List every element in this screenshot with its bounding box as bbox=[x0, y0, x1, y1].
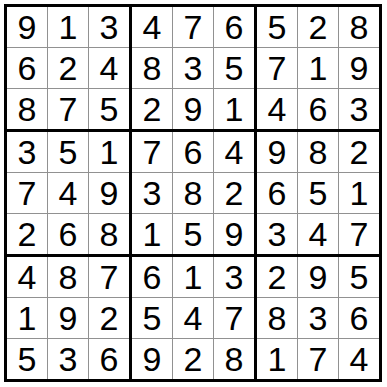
sudoku-cell-r4c8[interactable]: 8 bbox=[298, 132, 338, 172]
sudoku-block-4: 351749268 bbox=[7, 132, 129, 254]
sudoku-cell-r7c2[interactable]: 8 bbox=[48, 257, 88, 297]
sudoku-cell-r5c7[interactable]: 6 bbox=[257, 173, 297, 213]
sudoku-cell-r7c7[interactable]: 2 bbox=[257, 257, 297, 297]
sudoku-block-8: 613547928 bbox=[132, 257, 254, 379]
sudoku-cell-r9c1[interactable]: 5 bbox=[7, 339, 47, 379]
sudoku-cell-r3c7[interactable]: 4 bbox=[257, 89, 297, 129]
sudoku-cell-r9c2[interactable]: 3 bbox=[48, 339, 88, 379]
sudoku-cell-r1c9[interactable]: 8 bbox=[339, 7, 379, 47]
sudoku-cell-r6c7[interactable]: 3 bbox=[257, 214, 297, 254]
sudoku-block-1: 913624875 bbox=[7, 7, 129, 129]
sudoku-cell-r2c8[interactable]: 1 bbox=[298, 48, 338, 88]
sudoku-cell-r4c6[interactable]: 4 bbox=[214, 132, 254, 172]
sudoku-cell-r1c4[interactable]: 4 bbox=[132, 7, 172, 47]
sudoku-cell-r1c3[interactable]: 3 bbox=[89, 7, 129, 47]
sudoku-cell-r6c4[interactable]: 1 bbox=[132, 214, 172, 254]
sudoku-cell-r7c4[interactable]: 6 bbox=[132, 257, 172, 297]
sudoku-cell-r9c5[interactable]: 2 bbox=[173, 339, 213, 379]
sudoku-cell-r5c2[interactable]: 4 bbox=[48, 173, 88, 213]
sudoku-cell-r6c6[interactable]: 9 bbox=[214, 214, 254, 254]
sudoku-cell-r1c6[interactable]: 6 bbox=[214, 7, 254, 47]
sudoku-cell-r8c2[interactable]: 9 bbox=[48, 298, 88, 338]
sudoku-cell-r7c1[interactable]: 4 bbox=[7, 257, 47, 297]
sudoku-cell-r5c4[interactable]: 3 bbox=[132, 173, 172, 213]
sudoku-cell-r1c2[interactable]: 1 bbox=[48, 7, 88, 47]
sudoku-cell-r2c9[interactable]: 9 bbox=[339, 48, 379, 88]
sudoku-cell-r6c3[interactable]: 8 bbox=[89, 214, 129, 254]
sudoku-cell-r3c5[interactable]: 9 bbox=[173, 89, 213, 129]
sudoku-cell-r2c1[interactable]: 6 bbox=[7, 48, 47, 88]
sudoku-block-9: 295836174 bbox=[257, 257, 379, 379]
sudoku-block-7: 487192536 bbox=[7, 257, 129, 379]
sudoku-cell-r1c7[interactable]: 5 bbox=[257, 7, 297, 47]
sudoku-cell-r8c7[interactable]: 8 bbox=[257, 298, 297, 338]
sudoku-cell-r9c9[interactable]: 4 bbox=[339, 339, 379, 379]
sudoku-cell-r2c5[interactable]: 3 bbox=[173, 48, 213, 88]
sudoku-cell-r3c6[interactable]: 1 bbox=[214, 89, 254, 129]
sudoku-cell-r4c7[interactable]: 9 bbox=[257, 132, 297, 172]
sudoku-cell-r9c8[interactable]: 7 bbox=[298, 339, 338, 379]
sudoku-cell-r4c4[interactable]: 7 bbox=[132, 132, 172, 172]
sudoku-cell-r8c3[interactable]: 2 bbox=[89, 298, 129, 338]
sudoku-cell-r5c9[interactable]: 1 bbox=[339, 173, 379, 213]
sudoku-cell-r6c1[interactable]: 2 bbox=[7, 214, 47, 254]
sudoku-cell-r6c2[interactable]: 6 bbox=[48, 214, 88, 254]
sudoku-cell-r7c3[interactable]: 7 bbox=[89, 257, 129, 297]
sudoku-cell-r2c2[interactable]: 2 bbox=[48, 48, 88, 88]
sudoku-cell-r7c9[interactable]: 5 bbox=[339, 257, 379, 297]
sudoku-cell-r3c2[interactable]: 7 bbox=[48, 89, 88, 129]
sudoku-cell-r4c3[interactable]: 1 bbox=[89, 132, 129, 172]
sudoku-cell-r1c1[interactable]: 9 bbox=[7, 7, 47, 47]
sudoku-cell-r3c4[interactable]: 2 bbox=[132, 89, 172, 129]
sudoku-cell-r5c5[interactable]: 8 bbox=[173, 173, 213, 213]
sudoku-cell-r5c3[interactable]: 9 bbox=[89, 173, 129, 213]
sudoku-cell-r7c5[interactable]: 1 bbox=[173, 257, 213, 297]
sudoku-cell-r4c1[interactable]: 3 bbox=[7, 132, 47, 172]
sudoku-cell-r5c8[interactable]: 5 bbox=[298, 173, 338, 213]
sudoku-cell-r6c8[interactable]: 4 bbox=[298, 214, 338, 254]
sudoku-cell-r3c3[interactable]: 5 bbox=[89, 89, 129, 129]
sudoku-cell-r8c6[interactable]: 7 bbox=[214, 298, 254, 338]
sudoku-cell-r5c6[interactable]: 2 bbox=[214, 173, 254, 213]
sudoku-cell-r4c2[interactable]: 5 bbox=[48, 132, 88, 172]
sudoku-cell-r7c6[interactable]: 3 bbox=[214, 257, 254, 297]
page: 9136248754768352915287194633517492687643… bbox=[0, 0, 387, 387]
sudoku-cell-r2c7[interactable]: 7 bbox=[257, 48, 297, 88]
sudoku-block-3: 528719463 bbox=[257, 7, 379, 129]
sudoku-cell-r8c4[interactable]: 5 bbox=[132, 298, 172, 338]
sudoku-cell-r4c5[interactable]: 6 bbox=[173, 132, 213, 172]
sudoku-cell-r9c3[interactable]: 6 bbox=[89, 339, 129, 379]
sudoku-cell-r9c6[interactable]: 8 bbox=[214, 339, 254, 379]
sudoku-board: 9136248754768352915287194633517492687643… bbox=[4, 4, 382, 382]
sudoku-block-6: 982651347 bbox=[257, 132, 379, 254]
sudoku-cell-r9c7[interactable]: 1 bbox=[257, 339, 297, 379]
sudoku-cell-r9c4[interactable]: 9 bbox=[132, 339, 172, 379]
sudoku-cell-r3c9[interactable]: 3 bbox=[339, 89, 379, 129]
sudoku-cell-r1c5[interactable]: 7 bbox=[173, 7, 213, 47]
sudoku-cell-r2c6[interactable]: 5 bbox=[214, 48, 254, 88]
sudoku-cell-r6c5[interactable]: 5 bbox=[173, 214, 213, 254]
sudoku-cell-r5c1[interactable]: 7 bbox=[7, 173, 47, 213]
sudoku-cell-r2c3[interactable]: 4 bbox=[89, 48, 129, 88]
sudoku-cell-r2c4[interactable]: 8 bbox=[132, 48, 172, 88]
sudoku-cell-r3c1[interactable]: 8 bbox=[7, 89, 47, 129]
sudoku-cell-r7c8[interactable]: 9 bbox=[298, 257, 338, 297]
sudoku-cell-r8c9[interactable]: 6 bbox=[339, 298, 379, 338]
sudoku-cell-r8c5[interactable]: 4 bbox=[173, 298, 213, 338]
sudoku-cell-r4c9[interactable]: 2 bbox=[339, 132, 379, 172]
sudoku-block-2: 476835291 bbox=[132, 7, 254, 129]
sudoku-cell-r8c1[interactable]: 1 bbox=[7, 298, 47, 338]
sudoku-cell-r3c8[interactable]: 6 bbox=[298, 89, 338, 129]
sudoku-cell-r6c9[interactable]: 7 bbox=[339, 214, 379, 254]
sudoku-cell-r1c8[interactable]: 2 bbox=[298, 7, 338, 47]
sudoku-cell-r8c8[interactable]: 3 bbox=[298, 298, 338, 338]
sudoku-block-5: 764382159 bbox=[132, 132, 254, 254]
